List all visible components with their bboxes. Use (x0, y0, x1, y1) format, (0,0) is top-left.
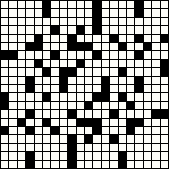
white-cell[interactable] (43, 144, 50, 151)
white-cell[interactable] (35, 93, 42, 100)
white-cell[interactable] (77, 9, 84, 16)
white-cell[interactable] (110, 1, 117, 8)
white-cell[interactable] (127, 77, 134, 84)
white-cell[interactable] (35, 152, 42, 159)
white-cell[interactable] (161, 85, 168, 92)
white-cell[interactable] (152, 77, 159, 84)
white-cell[interactable] (43, 60, 50, 67)
white-cell[interactable] (135, 135, 142, 142)
white-cell[interactable] (135, 93, 142, 100)
white-cell[interactable] (60, 43, 67, 50)
white-cell[interactable] (93, 85, 100, 92)
white-cell[interactable] (77, 161, 84, 168)
white-cell[interactable] (43, 77, 50, 84)
white-cell[interactable] (35, 9, 42, 16)
white-cell[interactable] (77, 127, 84, 134)
white-cell[interactable] (18, 18, 25, 25)
white-cell[interactable] (26, 102, 33, 109)
white-cell[interactable] (77, 68, 84, 75)
white-cell[interactable] (18, 135, 25, 142)
white-cell[interactable] (152, 93, 159, 100)
white-cell[interactable] (85, 51, 92, 58)
white-cell[interactable] (85, 85, 92, 92)
white-cell[interactable] (26, 68, 33, 75)
white-cell[interactable] (144, 85, 151, 92)
white-cell[interactable] (144, 135, 151, 142)
white-cell[interactable] (60, 135, 67, 142)
white-cell[interactable] (161, 9, 168, 16)
white-cell[interactable] (144, 51, 151, 58)
white-cell[interactable] (119, 18, 126, 25)
white-cell[interactable] (9, 119, 16, 126)
white-cell[interactable] (102, 110, 109, 117)
white-cell[interactable] (68, 85, 75, 92)
white-cell[interactable] (35, 77, 42, 84)
white-cell[interactable] (43, 102, 50, 109)
white-cell[interactable] (60, 1, 67, 8)
white-cell[interactable] (9, 1, 16, 8)
white-cell[interactable] (18, 161, 25, 168)
white-cell[interactable] (9, 68, 16, 75)
white-cell[interactable] (51, 68, 58, 75)
white-cell[interactable] (93, 135, 100, 142)
white-cell[interactable] (9, 152, 16, 159)
white-cell[interactable] (51, 119, 58, 126)
white-cell[interactable] (110, 9, 117, 16)
white-cell[interactable] (135, 152, 142, 159)
white-cell[interactable] (26, 135, 33, 142)
white-cell[interactable] (85, 68, 92, 75)
white-cell[interactable] (144, 1, 151, 8)
white-cell[interactable] (135, 102, 142, 109)
white-cell[interactable] (35, 1, 42, 8)
white-cell[interactable] (127, 85, 134, 92)
white-cell[interactable] (35, 110, 42, 117)
white-cell[interactable] (85, 93, 92, 100)
white-cell[interactable] (77, 51, 84, 58)
white-cell[interactable] (127, 35, 134, 42)
white-cell[interactable] (51, 110, 58, 117)
white-cell[interactable] (119, 9, 126, 16)
white-cell[interactable] (26, 9, 33, 16)
white-cell[interactable] (9, 26, 16, 33)
white-cell[interactable] (127, 26, 134, 33)
white-cell[interactable] (127, 135, 134, 142)
white-cell[interactable] (85, 144, 92, 151)
white-cell[interactable] (68, 9, 75, 16)
white-cell[interactable] (152, 51, 159, 58)
white-cell[interactable] (35, 119, 42, 126)
white-cell[interactable] (161, 43, 168, 50)
white-cell[interactable] (102, 119, 109, 126)
white-cell[interactable] (43, 35, 50, 42)
white-cell[interactable] (93, 77, 100, 84)
white-cell[interactable] (60, 26, 67, 33)
white-cell[interactable] (144, 35, 151, 42)
white-cell[interactable] (102, 68, 109, 75)
white-cell[interactable] (51, 1, 58, 8)
white-cell[interactable] (85, 152, 92, 159)
white-cell[interactable] (102, 18, 109, 25)
white-cell[interactable] (18, 68, 25, 75)
white-cell[interactable] (161, 51, 168, 58)
white-cell[interactable] (85, 127, 92, 134)
white-cell[interactable] (110, 43, 117, 50)
white-cell[interactable] (127, 18, 134, 25)
white-cell[interactable] (102, 35, 109, 42)
white-cell[interactable] (43, 85, 50, 92)
white-cell[interactable] (9, 161, 16, 168)
white-cell[interactable] (102, 161, 109, 168)
white-cell[interactable] (152, 43, 159, 50)
white-cell[interactable] (119, 110, 126, 117)
white-cell[interactable] (93, 35, 100, 42)
white-cell[interactable] (26, 93, 33, 100)
white-cell[interactable] (18, 144, 25, 151)
white-cell[interactable] (1, 110, 8, 117)
white-cell[interactable] (161, 102, 168, 109)
white-cell[interactable] (1, 161, 8, 168)
white-cell[interactable] (68, 77, 75, 84)
white-cell[interactable] (119, 144, 126, 151)
white-cell[interactable] (26, 51, 33, 58)
white-cell[interactable] (51, 35, 58, 42)
white-cell[interactable] (68, 93, 75, 100)
white-cell[interactable] (110, 119, 117, 126)
white-cell[interactable] (161, 77, 168, 84)
white-cell[interactable] (1, 1, 8, 8)
white-cell[interactable] (110, 18, 117, 25)
white-cell[interactable] (144, 102, 151, 109)
white-cell[interactable] (51, 93, 58, 100)
white-cell[interactable] (144, 60, 151, 67)
white-cell[interactable] (60, 35, 67, 42)
white-cell[interactable] (119, 77, 126, 84)
white-cell[interactable] (35, 144, 42, 151)
white-cell[interactable] (102, 43, 109, 50)
white-cell[interactable] (9, 43, 16, 50)
white-cell[interactable] (161, 18, 168, 25)
white-cell[interactable] (85, 26, 92, 33)
white-cell[interactable] (127, 68, 134, 75)
white-cell[interactable] (51, 77, 58, 84)
white-cell[interactable] (1, 135, 8, 142)
white-cell[interactable] (102, 127, 109, 134)
white-cell[interactable] (77, 152, 84, 159)
white-cell[interactable] (9, 9, 16, 16)
white-cell[interactable] (135, 68, 142, 75)
white-cell[interactable] (35, 135, 42, 142)
white-cell[interactable] (68, 18, 75, 25)
white-cell[interactable] (144, 110, 151, 117)
white-cell[interactable] (85, 60, 92, 67)
white-cell[interactable] (110, 127, 117, 134)
white-cell[interactable] (43, 127, 50, 134)
white-cell[interactable] (102, 60, 109, 67)
white-cell[interactable] (1, 77, 8, 84)
white-cell[interactable] (77, 110, 84, 117)
white-cell[interactable] (161, 127, 168, 134)
white-cell[interactable] (18, 35, 25, 42)
white-cell[interactable] (93, 144, 100, 151)
white-cell[interactable] (43, 43, 50, 50)
white-cell[interactable] (77, 77, 84, 84)
white-cell[interactable] (144, 119, 151, 126)
white-cell[interactable] (93, 110, 100, 117)
white-cell[interactable] (127, 51, 134, 58)
white-cell[interactable] (9, 144, 16, 151)
white-cell[interactable] (102, 144, 109, 151)
white-cell[interactable] (77, 85, 84, 92)
white-cell[interactable] (9, 77, 16, 84)
white-cell[interactable] (43, 51, 50, 58)
white-cell[interactable] (161, 161, 168, 168)
white-cell[interactable] (144, 144, 151, 151)
white-cell[interactable] (144, 9, 151, 16)
white-cell[interactable] (60, 127, 67, 134)
white-cell[interactable] (26, 35, 33, 42)
white-cell[interactable] (51, 9, 58, 16)
white-cell[interactable] (135, 43, 142, 50)
white-cell[interactable] (110, 60, 117, 67)
white-cell[interactable] (77, 35, 84, 42)
white-cell[interactable] (26, 26, 33, 33)
white-cell[interactable] (18, 85, 25, 92)
white-cell[interactable] (1, 26, 8, 33)
white-cell[interactable] (144, 93, 151, 100)
white-cell[interactable] (68, 102, 75, 109)
white-cell[interactable] (93, 161, 100, 168)
white-cell[interactable] (35, 51, 42, 58)
white-cell[interactable] (43, 18, 50, 25)
white-cell[interactable] (119, 127, 126, 134)
white-cell[interactable] (85, 9, 92, 16)
white-cell[interactable] (119, 85, 126, 92)
white-cell[interactable] (9, 18, 16, 25)
white-cell[interactable] (35, 85, 42, 92)
white-cell[interactable] (127, 60, 134, 67)
white-cell[interactable] (60, 144, 67, 151)
white-cell[interactable] (18, 9, 25, 16)
white-cell[interactable] (18, 26, 25, 33)
white-cell[interactable] (110, 102, 117, 109)
white-cell[interactable] (26, 60, 33, 67)
white-cell[interactable] (127, 152, 134, 159)
white-cell[interactable] (119, 119, 126, 126)
white-cell[interactable] (102, 26, 109, 33)
white-cell[interactable] (102, 152, 109, 159)
white-cell[interactable] (35, 127, 42, 134)
white-cell[interactable] (35, 102, 42, 109)
white-cell[interactable] (135, 26, 142, 33)
white-cell[interactable] (144, 161, 151, 168)
white-cell[interactable] (60, 119, 67, 126)
white-cell[interactable] (135, 144, 142, 151)
white-cell[interactable] (60, 51, 67, 58)
white-cell[interactable] (127, 43, 134, 50)
white-cell[interactable] (51, 18, 58, 25)
white-cell[interactable] (93, 60, 100, 67)
white-cell[interactable] (60, 93, 67, 100)
white-cell[interactable] (77, 18, 84, 25)
white-cell[interactable] (35, 18, 42, 25)
white-cell[interactable] (60, 152, 67, 159)
white-cell[interactable] (43, 110, 50, 117)
white-cell[interactable] (152, 18, 159, 25)
white-cell[interactable] (119, 102, 126, 109)
white-cell[interactable] (68, 26, 75, 33)
white-cell[interactable] (1, 9, 8, 16)
white-cell[interactable] (161, 152, 168, 159)
white-cell[interactable] (144, 77, 151, 84)
white-cell[interactable] (43, 152, 50, 159)
white-cell[interactable] (85, 110, 92, 117)
white-cell[interactable] (144, 68, 151, 75)
white-cell[interactable] (127, 110, 134, 117)
white-cell[interactable] (93, 102, 100, 109)
white-cell[interactable] (51, 85, 58, 92)
white-cell[interactable] (18, 93, 25, 100)
white-cell[interactable] (1, 68, 8, 75)
white-cell[interactable] (51, 60, 58, 67)
white-cell[interactable] (26, 144, 33, 151)
white-cell[interactable] (127, 9, 134, 16)
white-cell[interactable] (60, 9, 67, 16)
white-cell[interactable] (152, 35, 159, 42)
white-cell[interactable] (110, 152, 117, 159)
white-cell[interactable] (60, 102, 67, 109)
white-cell[interactable] (119, 35, 126, 42)
white-cell[interactable] (144, 127, 151, 134)
white-cell[interactable] (152, 9, 159, 16)
white-cell[interactable] (9, 135, 16, 142)
white-cell[interactable] (9, 102, 16, 109)
white-cell[interactable] (127, 93, 134, 100)
white-cell[interactable] (43, 161, 50, 168)
white-cell[interactable] (18, 60, 25, 67)
white-cell[interactable] (1, 18, 8, 25)
white-cell[interactable] (85, 161, 92, 168)
white-cell[interactable] (152, 102, 159, 109)
white-cell[interactable] (127, 144, 134, 151)
white-cell[interactable] (135, 161, 142, 168)
white-cell[interactable] (102, 9, 109, 16)
white-cell[interactable] (127, 161, 134, 168)
white-cell[interactable] (9, 35, 16, 42)
white-cell[interactable] (51, 152, 58, 159)
white-cell[interactable] (18, 43, 25, 50)
white-cell[interactable] (18, 110, 25, 117)
white-cell[interactable] (152, 26, 159, 33)
white-cell[interactable] (161, 135, 168, 142)
white-cell[interactable] (1, 152, 8, 159)
white-cell[interactable] (152, 152, 159, 159)
white-cell[interactable] (18, 127, 25, 134)
white-cell[interactable] (152, 85, 159, 92)
white-cell[interactable] (77, 144, 84, 151)
white-cell[interactable] (110, 161, 117, 168)
white-cell[interactable] (18, 1, 25, 8)
white-cell[interactable] (152, 161, 159, 168)
white-cell[interactable] (60, 110, 67, 117)
white-cell[interactable] (110, 26, 117, 33)
white-cell[interactable] (161, 26, 168, 33)
white-cell[interactable] (102, 135, 109, 142)
white-cell[interactable] (119, 60, 126, 67)
white-cell[interactable] (85, 77, 92, 84)
white-cell[interactable] (18, 77, 25, 84)
white-cell[interactable] (93, 43, 100, 50)
white-cell[interactable] (119, 26, 126, 33)
white-cell[interactable] (110, 93, 117, 100)
white-cell[interactable] (51, 102, 58, 109)
white-cell[interactable] (110, 77, 117, 84)
white-cell[interactable] (60, 18, 67, 25)
white-cell[interactable] (9, 93, 16, 100)
white-cell[interactable] (26, 1, 33, 8)
white-cell[interactable] (161, 119, 168, 126)
white-cell[interactable] (152, 127, 159, 134)
white-cell[interactable] (144, 18, 151, 25)
white-cell[interactable] (102, 51, 109, 58)
white-cell[interactable] (110, 85, 117, 92)
white-cell[interactable] (26, 18, 33, 25)
white-cell[interactable] (77, 102, 84, 109)
white-cell[interactable] (1, 119, 8, 126)
white-cell[interactable] (144, 152, 151, 159)
white-cell[interactable] (1, 144, 8, 151)
white-cell[interactable] (135, 60, 142, 67)
white-cell[interactable] (102, 1, 109, 8)
white-cell[interactable] (135, 127, 142, 134)
white-cell[interactable] (9, 85, 16, 92)
white-cell[interactable] (68, 119, 75, 126)
white-cell[interactable] (119, 135, 126, 142)
white-cell[interactable] (152, 135, 159, 142)
white-cell[interactable] (9, 110, 16, 117)
white-cell[interactable] (110, 68, 117, 75)
white-cell[interactable] (1, 85, 8, 92)
white-cell[interactable] (1, 60, 8, 67)
white-cell[interactable] (43, 135, 50, 142)
white-cell[interactable] (161, 1, 168, 8)
white-cell[interactable] (51, 43, 58, 50)
white-cell[interactable] (152, 68, 159, 75)
white-cell[interactable] (161, 144, 168, 151)
white-cell[interactable] (60, 161, 67, 168)
white-cell[interactable] (60, 60, 67, 67)
white-cell[interactable] (9, 127, 16, 134)
white-cell[interactable] (35, 161, 42, 168)
white-cell[interactable] (68, 127, 75, 134)
white-cell[interactable] (110, 144, 117, 151)
white-cell[interactable] (51, 135, 58, 142)
white-cell[interactable] (18, 102, 25, 109)
white-cell[interactable] (127, 1, 134, 8)
white-cell[interactable] (1, 35, 8, 42)
white-cell[interactable] (26, 119, 33, 126)
white-cell[interactable] (77, 1, 84, 8)
white-cell[interactable] (152, 144, 159, 151)
white-cell[interactable] (152, 60, 159, 67)
white-cell[interactable] (85, 35, 92, 42)
white-cell[interactable] (152, 119, 159, 126)
white-cell[interactable] (68, 60, 75, 67)
white-cell[interactable] (93, 68, 100, 75)
white-cell[interactable] (85, 1, 92, 8)
white-cell[interactable] (51, 144, 58, 151)
white-cell[interactable] (35, 68, 42, 75)
